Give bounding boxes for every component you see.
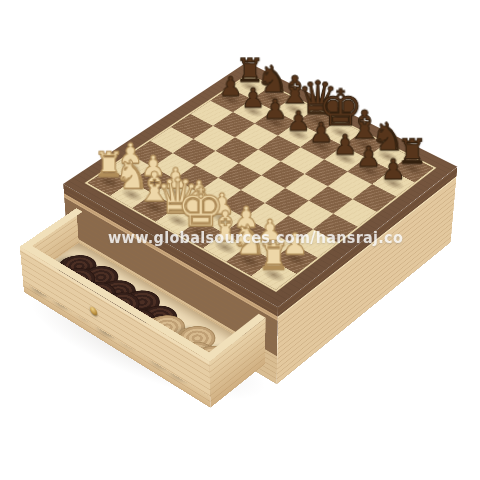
watermark-text: www.globalsources.com/hansraj.co [108,229,403,247]
square-h1[interactable]: ♜ [251,260,297,290]
product-photo: ♜♞♝♛♚♝♞♜♟♟♟♟♟♟♟♟♟♟♟♟♟♟♟♟♜♞♝♛♚♝♞♜ www.glo… [0,0,480,480]
piece-black-pawn[interactable]: ♟ [367,155,419,183]
drawer-knob[interactable] [90,305,98,317]
